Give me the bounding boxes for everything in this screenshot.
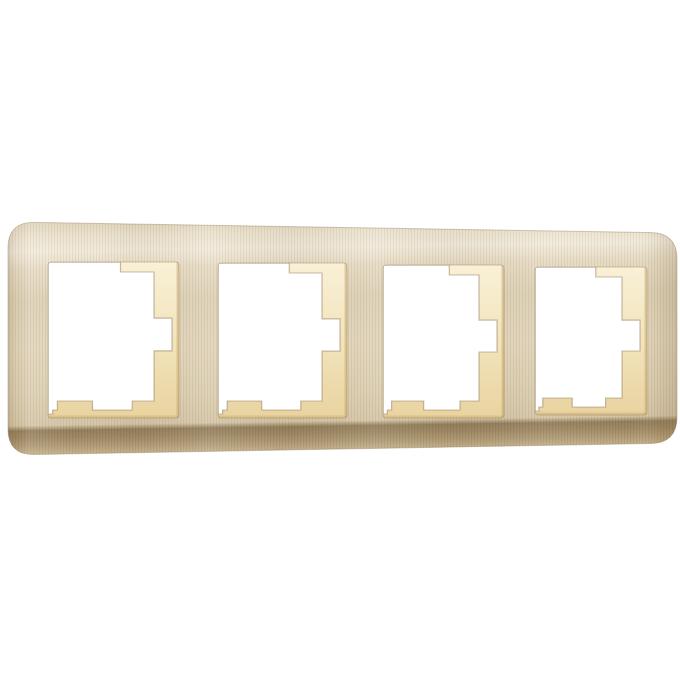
wall-frame-photo [0, 0, 680, 680]
product-photo-canvas [0, 0, 680, 680]
window-cutout-1 [48, 262, 172, 414]
window-cutout-2 [218, 263, 340, 414]
